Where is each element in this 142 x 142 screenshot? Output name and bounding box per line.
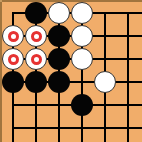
board-point-r4c4[interactable] [71,71,94,94]
board-point-r1c3[interactable] [48,2,71,25]
board-points-grid [2,2,140,140]
black-stone [71,94,93,116]
white-stone [48,2,70,24]
board-point-r5c1[interactable] [2,94,25,117]
white-stone-circled [2,25,24,47]
go-board [0,0,142,142]
circle-mark-icon [31,54,42,65]
black-stone [48,48,70,70]
white-stone-circled [25,48,47,70]
board-point-r4c5[interactable] [94,71,117,94]
board-point-r2c4[interactable] [71,25,94,48]
board-point-r5c5[interactable] [94,94,117,117]
board-point-r5c4[interactable] [71,94,94,117]
white-stone [71,2,93,24]
black-stone [2,71,24,93]
board-point-r1c2[interactable] [25,2,48,25]
board-point-r4c3[interactable] [48,71,71,94]
board-point-r1c6[interactable] [117,2,140,25]
board-point-r5c2[interactable] [25,94,48,117]
board-point-r3c4[interactable] [71,48,94,71]
board-point-r1c5[interactable] [94,2,117,25]
circle-mark-icon [31,31,42,42]
board-point-r1c4[interactable] [71,2,94,25]
board-point-r4c6[interactable] [117,71,140,94]
board-point-r4c2[interactable] [25,71,48,94]
board-point-r6c2[interactable] [25,117,48,140]
board-point-r6c1[interactable] [2,117,25,140]
board-point-r1c1[interactable] [2,2,25,25]
board-point-r2c5[interactable] [94,25,117,48]
board-point-r6c3[interactable] [48,117,71,140]
circle-mark-icon [8,54,19,65]
board-point-r6c6[interactable] [117,117,140,140]
board-point-r3c1[interactable] [2,48,25,71]
board-point-r6c5[interactable] [94,117,117,140]
white-stone [71,48,93,70]
board-point-r5c3[interactable] [48,94,71,117]
white-stone-circled [2,48,24,70]
white-stone [94,71,116,93]
white-stone-circled [25,25,47,47]
black-stone [25,2,47,24]
black-stone [48,25,70,47]
board-point-r2c2[interactable] [25,25,48,48]
board-point-r3c5[interactable] [94,48,117,71]
board-point-r3c3[interactable] [48,48,71,71]
board-point-r4c1[interactable] [2,71,25,94]
board-point-r2c6[interactable] [117,25,140,48]
board-point-r2c1[interactable] [2,25,25,48]
circle-mark-icon [8,31,19,42]
black-stone [25,71,47,93]
board-point-r6c4[interactable] [71,117,94,140]
board-point-r2c3[interactable] [48,25,71,48]
board-point-r3c6[interactable] [117,48,140,71]
board-point-r3c2[interactable] [25,48,48,71]
white-stone [71,25,93,47]
black-stone [48,71,70,93]
board-point-r5c6[interactable] [117,94,140,117]
